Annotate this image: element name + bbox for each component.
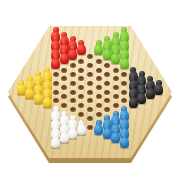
peg-white[interactable] <box>51 133 60 148</box>
peg-red[interactable] <box>60 49 69 64</box>
hole[interactable] <box>61 68 67 73</box>
hole[interactable] <box>104 81 110 86</box>
hole[interactable] <box>96 94 102 99</box>
hole[interactable] <box>113 85 119 90</box>
hole[interactable] <box>61 103 67 108</box>
hole[interactable] <box>78 59 84 64</box>
hole[interactable] <box>96 103 102 108</box>
hole[interactable] <box>87 90 93 95</box>
peg-body <box>51 137 60 148</box>
hole[interactable] <box>61 94 67 99</box>
hole[interactable] <box>87 54 93 59</box>
peg-black[interactable] <box>146 84 155 99</box>
peg-white[interactable] <box>77 120 86 135</box>
chinese-checkers-board-photo <box>0 0 180 180</box>
hole[interactable] <box>61 76 67 81</box>
hole[interactable] <box>96 68 102 73</box>
hole[interactable] <box>70 107 76 112</box>
hole[interactable] <box>78 76 84 81</box>
hole-grid <box>8 26 172 158</box>
hole[interactable] <box>70 63 76 68</box>
hole[interactable] <box>61 85 67 90</box>
hole[interactable] <box>87 116 93 121</box>
peg-black[interactable] <box>154 80 163 95</box>
peg-body <box>120 137 129 148</box>
peg-white[interactable] <box>68 124 77 139</box>
hole[interactable] <box>70 72 76 77</box>
hole[interactable] <box>113 94 119 99</box>
hole[interactable] <box>104 107 110 112</box>
peg-body <box>68 49 77 60</box>
peg-red[interactable] <box>77 40 86 55</box>
hole[interactable] <box>87 125 93 130</box>
hole[interactable] <box>121 72 127 77</box>
peg-red[interactable] <box>51 54 60 69</box>
hole[interactable] <box>53 98 59 103</box>
hole[interactable] <box>87 98 93 103</box>
peg-red[interactable] <box>68 45 77 60</box>
hole[interactable] <box>96 112 102 117</box>
hole[interactable] <box>121 98 127 103</box>
hole[interactable] <box>78 68 84 73</box>
peg-body <box>137 93 146 104</box>
peg-body <box>77 124 86 135</box>
hole[interactable] <box>78 103 84 108</box>
peg-body <box>60 53 69 64</box>
hole[interactable] <box>113 76 119 81</box>
peg-black[interactable] <box>129 93 138 108</box>
peg-body <box>146 88 155 99</box>
peg-blue[interactable] <box>120 133 129 148</box>
hole[interactable] <box>121 81 127 86</box>
hole[interactable] <box>96 59 102 64</box>
peg-body <box>154 84 163 95</box>
hole[interactable] <box>104 63 110 68</box>
hole[interactable] <box>70 90 76 95</box>
hole[interactable] <box>113 68 119 73</box>
hole[interactable] <box>113 103 119 108</box>
hole[interactable] <box>104 72 110 77</box>
hole[interactable] <box>70 98 76 103</box>
hole[interactable] <box>53 90 59 95</box>
hole[interactable] <box>104 90 110 95</box>
board <box>8 26 172 158</box>
hole[interactable] <box>78 94 84 99</box>
peg-body <box>77 44 86 55</box>
peg-white[interactable] <box>60 128 69 143</box>
peg-body <box>51 58 60 69</box>
hole[interactable] <box>53 72 59 77</box>
hole[interactable] <box>78 85 84 90</box>
peg-black[interactable] <box>137 89 146 104</box>
hole[interactable] <box>96 85 102 90</box>
hole[interactable] <box>78 112 84 117</box>
hole[interactable] <box>96 76 102 81</box>
hole[interactable] <box>104 98 110 103</box>
hole[interactable] <box>87 81 93 86</box>
hole[interactable] <box>70 81 76 86</box>
peg-body <box>129 97 138 108</box>
hole[interactable] <box>53 81 59 86</box>
peg-body <box>60 132 69 143</box>
peg-body <box>68 128 77 139</box>
hole[interactable] <box>121 90 127 95</box>
hole[interactable] <box>87 72 93 77</box>
hole[interactable] <box>87 107 93 112</box>
hole[interactable] <box>87 63 93 68</box>
